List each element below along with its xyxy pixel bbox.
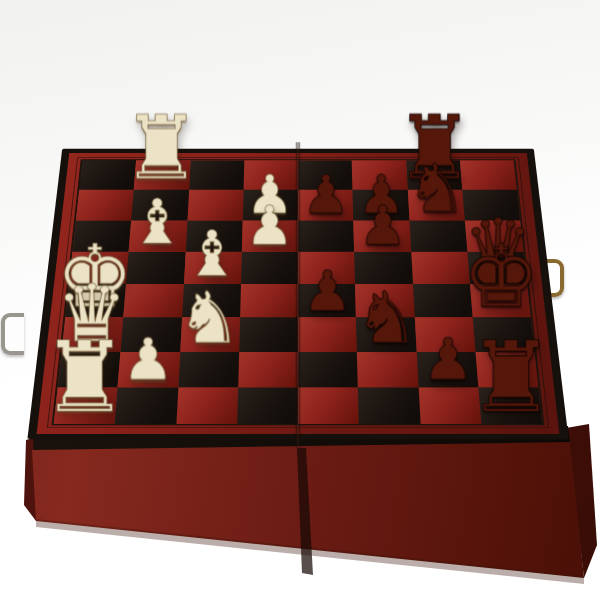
square-c2[interactable] — [178, 352, 239, 388]
ivory-pawn[interactable]: ♟ — [246, 201, 295, 251]
dark-pawn[interactable]: ♟ — [358, 201, 407, 251]
square-e6[interactable] — [298, 220, 354, 251]
dark-king[interactable]: ♚ — [463, 237, 540, 316]
square-a7[interactable] — [76, 190, 134, 220]
square-d1[interactable] — [237, 387, 298, 424]
square-d4[interactable] — [240, 284, 298, 317]
square-e1[interactable] — [298, 387, 359, 424]
square-h4[interactable]: ♚ — [470, 284, 531, 317]
square-e7[interactable]: ♟ — [298, 190, 354, 220]
dark-pawn[interactable]: ♟ — [302, 265, 352, 316]
square-d6[interactable]: ♟ — [242, 220, 298, 251]
square-d3[interactable] — [239, 317, 298, 351]
square-f6[interactable]: ♟ — [354, 220, 411, 251]
dark-rook[interactable]: ♜ — [468, 333, 556, 423]
ivory-pawn[interactable]: ♟ — [122, 334, 174, 387]
square-a1[interactable]: ♜ — [54, 387, 118, 424]
square-f1[interactable] — [358, 387, 420, 424]
chessboard-plane: ♜♜♟♟♟♞♝♟♟♝♛♚♟♚♛♞♞♟♟♜♜ — [27, 149, 568, 439]
square-c3[interactable]: ♞ — [180, 317, 240, 351]
square-d5[interactable] — [241, 252, 298, 284]
square-b6[interactable]: ♝ — [129, 220, 187, 251]
dark-knight[interactable]: ♞ — [407, 158, 467, 220]
square-e2[interactable] — [298, 352, 358, 388]
ivory-knight[interactable]: ♞ — [177, 286, 241, 351]
square-c7[interactable] — [187, 190, 243, 220]
square-g7[interactable]: ♞ — [407, 190, 464, 220]
ivory-bishop[interactable]: ♝ — [129, 194, 185, 251]
square-h1[interactable]: ♜ — [478, 387, 542, 424]
ivory-rook[interactable]: ♜ — [122, 109, 201, 190]
dark-pawn[interactable]: ♟ — [302, 171, 350, 220]
left-handle-icon — [1, 313, 24, 355]
ivory-bishop[interactable]: ♝ — [184, 225, 240, 283]
square-c1[interactable] — [176, 387, 238, 424]
ivory-rook[interactable]: ♜ — [40, 333, 128, 423]
square-f2[interactable] — [357, 352, 418, 388]
square-e4[interactable]: ♟ — [298, 284, 356, 317]
dark-knight[interactable]: ♞ — [355, 286, 419, 351]
photo-backdrop: ♜♜♟♟♟♞♝♟♟♝♛♚♟♚♛♞♞♟♟♜♜ — [0, 0, 600, 600]
square-g6[interactable] — [409, 220, 467, 251]
square-g5[interactable] — [411, 252, 470, 284]
square-f3[interactable]: ♞ — [356, 317, 416, 351]
dark-pawn[interactable]: ♟ — [422, 334, 474, 387]
square-e3[interactable] — [298, 317, 357, 351]
square-d2[interactable] — [238, 352, 298, 388]
board-margin-frame: ♜♜♟♟♟♞♝♟♟♝♛♚♟♚♛♞♞♟♟♜♜ — [27, 149, 568, 439]
